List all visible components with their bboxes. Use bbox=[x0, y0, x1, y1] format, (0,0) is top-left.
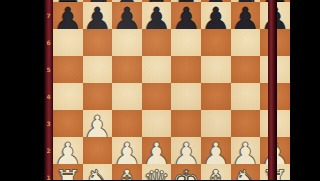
square-e2[interactable]: ♟ bbox=[171, 137, 201, 164]
square-e1[interactable]: ♚ bbox=[171, 164, 201, 180]
square-d3[interactable] bbox=[142, 110, 172, 137]
square-f5[interactable] bbox=[201, 56, 231, 83]
square-f7[interactable]: ♟ bbox=[201, 2, 231, 29]
screen: ♜♞♝♛♚♝♞♜♟♟♟♟♟♟♟♟♟♟♟♟♟♟♟♟♜♞♝♛♚♝♞♜ 7654321 bbox=[0, 0, 320, 180]
square-b7[interactable]: ♟ bbox=[83, 2, 113, 29]
square-c2[interactable]: ♟ bbox=[112, 137, 142, 164]
square-a6[interactable] bbox=[53, 29, 83, 56]
rank-label-4: 4 bbox=[44, 94, 53, 100]
square-d1[interactable]: ♛ bbox=[142, 164, 172, 180]
piece-white-knight: ♞ bbox=[83, 166, 111, 180]
square-c3[interactable] bbox=[112, 110, 142, 137]
square-e7[interactable]: ♟ bbox=[171, 2, 201, 29]
square-c5[interactable] bbox=[112, 56, 142, 83]
square-b5[interactable] bbox=[83, 56, 113, 83]
square-f6[interactable] bbox=[201, 29, 231, 56]
square-a1[interactable]: ♜ bbox=[53, 164, 83, 180]
square-f3[interactable] bbox=[201, 110, 231, 137]
square-f2[interactable]: ♟ bbox=[201, 137, 231, 164]
square-e4[interactable] bbox=[171, 83, 201, 110]
square-g1[interactable]: ♞ bbox=[231, 164, 261, 180]
rank-label-6: 6 bbox=[44, 40, 53, 46]
square-g2[interactable]: ♟ bbox=[231, 137, 261, 164]
piece-white-knight: ♞ bbox=[231, 166, 259, 180]
piece-white-queen: ♛ bbox=[143, 166, 171, 180]
square-f4[interactable] bbox=[201, 83, 231, 110]
piece-white-bishop: ♝ bbox=[113, 166, 141, 180]
square-d6[interactable] bbox=[142, 29, 172, 56]
piece-white-rook: ♜ bbox=[54, 166, 82, 180]
square-b2[interactable] bbox=[83, 137, 113, 164]
piece-white-king: ♚ bbox=[172, 166, 200, 180]
square-b1[interactable]: ♞ bbox=[83, 164, 113, 180]
square-c1[interactable]: ♝ bbox=[112, 164, 142, 180]
square-f1[interactable]: ♝ bbox=[201, 164, 231, 180]
square-e5[interactable] bbox=[171, 56, 201, 83]
square-a4[interactable] bbox=[53, 83, 83, 110]
square-d5[interactable] bbox=[142, 56, 172, 83]
chess-board: ♜♞♝♛♚♝♞♜♟♟♟♟♟♟♟♟♟♟♟♟♟♟♟♟♜♞♝♛♚♝♞♜ bbox=[53, 0, 268, 180]
square-e6[interactable] bbox=[171, 29, 201, 56]
square-d7[interactable]: ♟ bbox=[142, 2, 172, 29]
board-frame-left: 7654321 bbox=[44, 0, 53, 180]
square-g5[interactable] bbox=[231, 56, 261, 83]
square-d4[interactable] bbox=[142, 83, 172, 110]
rank-label-7: 7 bbox=[44, 13, 53, 19]
square-g4[interactable] bbox=[231, 83, 261, 110]
square-b3[interactable]: ♟ bbox=[83, 110, 113, 137]
square-a7[interactable]: ♟ bbox=[53, 2, 83, 29]
square-b6[interactable] bbox=[83, 29, 113, 56]
square-g6[interactable] bbox=[231, 29, 261, 56]
square-b4[interactable] bbox=[83, 83, 113, 110]
square-a5[interactable] bbox=[53, 56, 83, 83]
square-g7[interactable]: ♟ bbox=[231, 2, 261, 29]
piece-white-bishop: ♝ bbox=[202, 166, 230, 180]
rank-label-5: 5 bbox=[44, 67, 53, 73]
square-a2[interactable]: ♟ bbox=[53, 137, 83, 164]
letterbox-left bbox=[0, 0, 44, 180]
square-c7[interactable]: ♟ bbox=[112, 2, 142, 29]
square-e3[interactable] bbox=[171, 110, 201, 137]
square-a3[interactable] bbox=[53, 110, 83, 137]
rank-label-3: 3 bbox=[44, 121, 53, 127]
square-c6[interactable] bbox=[112, 29, 142, 56]
rank-label-2: 2 bbox=[44, 148, 53, 154]
rank-label-1: 1 bbox=[44, 175, 53, 181]
square-c4[interactable] bbox=[112, 83, 142, 110]
square-g3[interactable] bbox=[231, 110, 261, 137]
square-d2[interactable]: ♟ bbox=[142, 137, 172, 164]
board-frame-right bbox=[268, 0, 277, 180]
